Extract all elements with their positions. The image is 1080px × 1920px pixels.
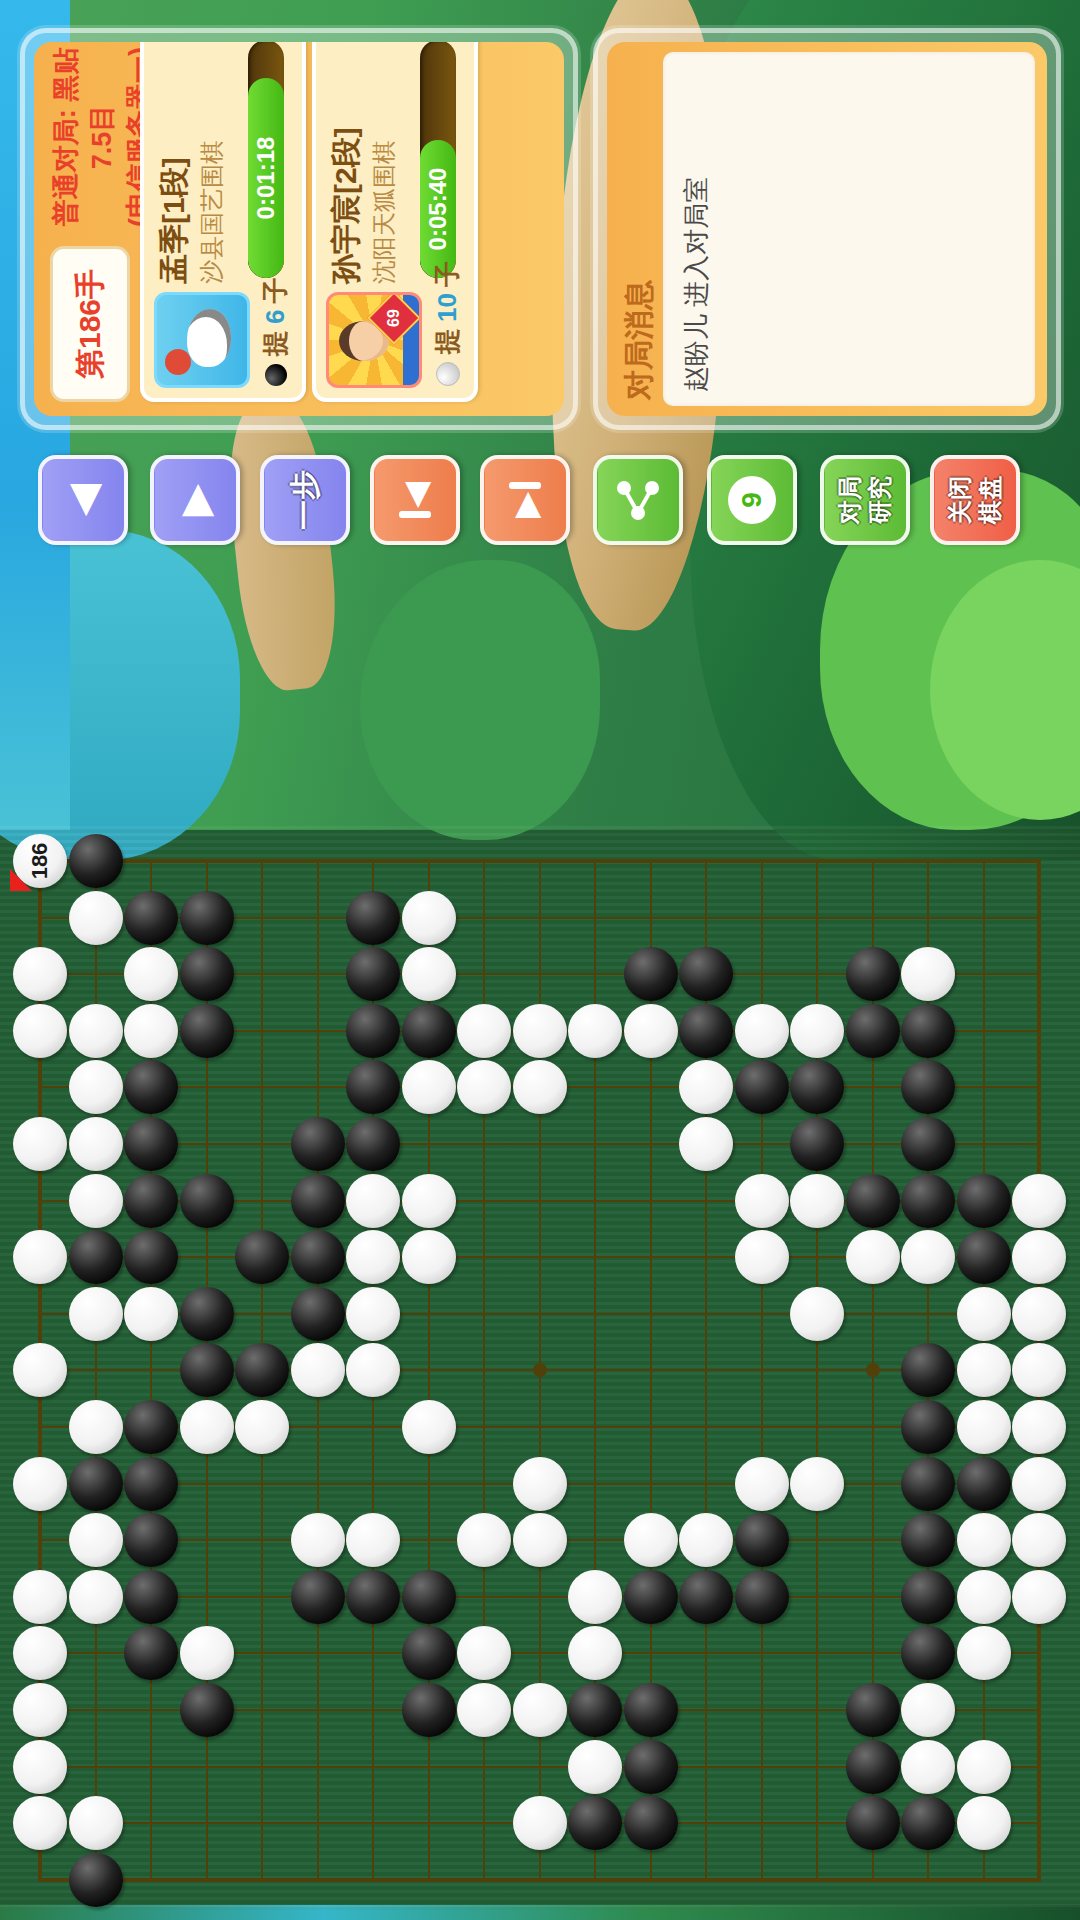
white-stone — [735, 1230, 789, 1284]
black-stone — [901, 1626, 955, 1680]
black-stone — [624, 1570, 678, 1624]
one-step-label: 一步 — [285, 470, 326, 530]
black-stone — [124, 1400, 178, 1454]
white-stone — [568, 1570, 622, 1624]
captures-label: 提 — [430, 328, 465, 354]
white-stone — [957, 1400, 1011, 1454]
white-stone — [1012, 1400, 1066, 1454]
black-stone — [735, 1570, 789, 1624]
white-stone — [1012, 1174, 1066, 1228]
grid-line-h — [38, 1596, 1041, 1598]
white-player-club: 沈阳天狐围棋 — [368, 140, 400, 284]
white-stone — [69, 1174, 123, 1228]
white-stone — [402, 1230, 456, 1284]
white-stone — [402, 1060, 456, 1114]
white-stone — [180, 1400, 234, 1454]
white-stone — [1012, 1457, 1066, 1511]
black-stone — [846, 1740, 900, 1794]
black-stone — [402, 1004, 456, 1058]
captures-label: 提 — [258, 330, 293, 356]
end-bar-icon — [509, 482, 541, 489]
black-stone — [124, 891, 178, 945]
move-number-box: 第186手 — [50, 246, 130, 402]
black-stone — [180, 1287, 234, 1341]
white-stone — [13, 1230, 67, 1284]
white-stone — [69, 1287, 123, 1341]
count-button[interactable]: 9 — [707, 455, 797, 545]
white-stone — [13, 1004, 67, 1058]
black-stone — [568, 1683, 622, 1737]
white-stone — [180, 1626, 234, 1680]
white-stone — [13, 1117, 67, 1171]
go-board[interactable]: 186 — [0, 826, 1080, 1910]
black-stone — [402, 1683, 456, 1737]
close-board-label: 关闭 棋盘 — [945, 476, 1005, 524]
white-stone — [790, 1287, 844, 1341]
white-stone — [13, 1626, 67, 1680]
black-stone — [846, 1174, 900, 1228]
white-stone — [235, 1400, 289, 1454]
black-stone — [846, 947, 900, 1001]
white-stone — [846, 1230, 900, 1284]
black-stone — [124, 1457, 178, 1511]
white-stone — [69, 1060, 123, 1114]
count-number: 9 — [736, 492, 768, 508]
black-stone — [291, 1287, 345, 1341]
black-stone — [124, 1174, 178, 1228]
game-info-panel: 第186手 普通对局: 黑贴 7.5目 (电信服务器一) 孟季[1段] 沙县国艺… — [34, 42, 564, 416]
black-stone — [957, 1174, 1011, 1228]
white-stone — [957, 1570, 1011, 1624]
black-stone — [901, 1004, 955, 1058]
black-stone — [124, 1060, 178, 1114]
black-stone — [124, 1626, 178, 1680]
white-stone — [69, 1004, 123, 1058]
message-panel: 对局消息 赵盼儿 进入对局室 — [607, 42, 1047, 416]
black-stone — [402, 1570, 456, 1624]
black-stone — [235, 1230, 289, 1284]
game-info-card: 第186手 普通对局: 黑贴 7.5目 (电信服务器一) 孟季[1段] 沙县国艺… — [20, 28, 578, 430]
white-stone — [790, 1457, 844, 1511]
black-stone — [624, 1683, 678, 1737]
black-stone — [735, 1060, 789, 1114]
white-stone — [957, 1343, 1011, 1397]
white-stone — [13, 1343, 67, 1397]
white-stone — [1012, 1513, 1066, 1567]
black-stone — [291, 1570, 345, 1624]
white-stone — [13, 1796, 67, 1850]
black-stone — [790, 1117, 844, 1171]
white-stone — [624, 1004, 678, 1058]
black-stone — [735, 1513, 789, 1567]
black-stone — [346, 1570, 400, 1624]
black-stone — [291, 1174, 345, 1228]
white-stone — [457, 1513, 511, 1567]
white-stone — [69, 1570, 123, 1624]
black-stone — [957, 1457, 1011, 1511]
white-stone — [679, 1117, 733, 1171]
captures-count: 10 — [432, 293, 463, 322]
white-stone — [513, 1796, 567, 1850]
black-stone — [180, 1343, 234, 1397]
black-stone — [124, 1230, 178, 1284]
white-stone — [457, 1626, 511, 1680]
black-stone — [568, 1796, 622, 1850]
white-timer-groove: 0:05:40 — [420, 42, 456, 278]
black-stone — [291, 1117, 345, 1171]
message-line: 赵盼儿 进入对局室 — [663, 52, 730, 406]
black-stone — [679, 1570, 733, 1624]
black-stone — [180, 1174, 234, 1228]
message-list[interactable]: 赵盼儿 进入对局室 — [663, 52, 1035, 406]
white-stone — [957, 1513, 1011, 1567]
white-stone — [402, 1174, 456, 1228]
next-move-button[interactable]: ▶ — [150, 455, 240, 545]
white-stone — [346, 1230, 400, 1284]
black-stone — [957, 1230, 1011, 1284]
black-stone — [180, 891, 234, 945]
right-triangle-icon: ▶ — [174, 484, 216, 516]
white-stone — [402, 1400, 456, 1454]
white-stone — [291, 1513, 345, 1567]
avatar-ox-doodle — [187, 309, 231, 367]
jump-end-button[interactable]: ▶ — [480, 455, 570, 545]
skip-back-icon: ◀ — [398, 482, 432, 508]
one-step-button[interactable]: 一步 — [260, 455, 350, 545]
white-stone — [124, 1004, 178, 1058]
white-stone — [124, 947, 178, 1001]
black-stone — [346, 947, 400, 1001]
white-stone — [513, 1683, 567, 1737]
black-stone — [846, 1796, 900, 1850]
black-stone — [901, 1796, 955, 1850]
star-point — [866, 1363, 880, 1377]
count-stone-icon: 9 — [728, 476, 776, 524]
white-stone — [568, 1740, 622, 1794]
captures-unit: 子 — [258, 278, 293, 304]
avatar-badge-number: 69 — [385, 309, 403, 327]
black-stone — [346, 1060, 400, 1114]
white-stone — [513, 1060, 567, 1114]
avatar-white-player: 69 — [326, 292, 422, 388]
white-stone — [69, 1400, 123, 1454]
white-stone — [13, 947, 67, 1001]
app-screen: 第186手 普通对局: 黑贴 7.5目 (电信服务器一) 孟季[1段] 沙县国艺… — [0, 0, 1080, 1920]
white-stone — [735, 1174, 789, 1228]
black-stone — [69, 1457, 123, 1511]
black-stone — [291, 1230, 345, 1284]
black-stone — [624, 947, 678, 1001]
close-board-button[interactable]: 关闭 棋盘 — [930, 455, 1020, 545]
black-stone — [901, 1174, 955, 1228]
black-stone — [69, 1230, 123, 1284]
black-stone — [846, 1683, 900, 1737]
white-stone — [457, 1060, 511, 1114]
white-stone — [346, 1174, 400, 1228]
prev-move-button[interactable]: ◀ — [38, 455, 128, 545]
black-stone — [180, 947, 234, 1001]
black-timer-fill: 0:01:18 — [248, 78, 284, 278]
white-timer-text: 0:05:40 — [424, 168, 452, 251]
white-stone — [901, 1740, 955, 1794]
black-stone — [679, 1004, 733, 1058]
player-card-black: 孟季[1段] 沙县国艺围棋 0:01:18 提 6 子 — [140, 42, 306, 402]
black-stone — [180, 1683, 234, 1737]
white-stone — [679, 1060, 733, 1114]
white-stone — [291, 1343, 345, 1397]
black-stone — [124, 1117, 178, 1171]
white-stone — [790, 1004, 844, 1058]
captures-unit: 子 — [430, 261, 465, 287]
left-triangle-icon: ◀ — [62, 484, 104, 516]
white-stone — [957, 1740, 1011, 1794]
jump-start-button[interactable]: ◀ — [370, 455, 460, 545]
black-stone — [346, 1117, 400, 1171]
white-stone — [457, 1683, 511, 1737]
white-timer-fill: 0:05:40 — [420, 140, 456, 278]
white-stone — [402, 891, 456, 945]
white-stone — [901, 947, 955, 1001]
white-captures: 提 10 子 — [430, 261, 465, 386]
white-stone — [957, 1626, 1011, 1680]
white-stone — [957, 1287, 1011, 1341]
black-stone — [901, 1117, 955, 1171]
white-stone — [1012, 1287, 1066, 1341]
white-stone — [402, 947, 456, 1001]
white-stone — [13, 1683, 67, 1737]
black-stone — [402, 1626, 456, 1680]
black-stone — [679, 947, 733, 1001]
white-stone — [69, 1117, 123, 1171]
black-stone — [901, 1513, 955, 1567]
black-timer-groove: 0:01:18 — [248, 42, 284, 278]
message-title: 对局消息 — [619, 280, 660, 400]
black-stone — [901, 1060, 955, 1114]
white-stone — [69, 891, 123, 945]
start-bar-icon — [399, 511, 431, 518]
white-stone — [513, 1513, 567, 1567]
research-label: 对局 研究 — [835, 476, 895, 524]
black-player-club: 沙县国艺围棋 — [196, 140, 228, 284]
white-stone — [624, 1513, 678, 1567]
white-stone — [957, 1796, 1011, 1850]
black-stone — [346, 891, 400, 945]
white-stone — [513, 1457, 567, 1511]
last-move-marker — [10, 869, 32, 891]
black-stone — [901, 1570, 955, 1624]
black-captures: 提 6 子 — [258, 278, 293, 386]
white-stone — [13, 1740, 67, 1794]
white-stone — [13, 1457, 67, 1511]
black-stone — [901, 1400, 955, 1454]
last-move-stone: 186 — [13, 834, 67, 888]
share-button[interactable] — [593, 455, 683, 545]
grid-line-h — [38, 1878, 1041, 1882]
white-stone — [1012, 1230, 1066, 1284]
tree-trunk-small — [220, 396, 345, 694]
white-stone — [513, 1004, 567, 1058]
game-research-button[interactable]: 对局 研究 — [820, 455, 910, 545]
black-stone — [69, 834, 123, 888]
white-stone — [901, 1230, 955, 1284]
black-stone — [235, 1343, 289, 1397]
white-stone — [1012, 1343, 1066, 1397]
white-stone — [124, 1287, 178, 1341]
black-stone — [124, 1570, 178, 1624]
white-stone — [346, 1513, 400, 1567]
avatar-rider-doodle — [165, 349, 191, 375]
black-stone — [624, 1796, 678, 1850]
white-stone — [1012, 1570, 1066, 1624]
leaf-cluster-mid — [360, 560, 600, 840]
captures-count: 6 — [260, 310, 291, 324]
white-stone — [568, 1626, 622, 1680]
black-stone — [901, 1343, 955, 1397]
white-stone — [69, 1796, 123, 1850]
black-timer-text: 0:01:18 — [252, 137, 280, 220]
white-stone — [457, 1004, 511, 1058]
star-point — [533, 1363, 547, 1377]
white-stone — [346, 1343, 400, 1397]
share-nodes-icon — [615, 477, 661, 523]
move-number-label: 第186手 — [70, 269, 111, 379]
black-stone — [901, 1457, 955, 1511]
black-stone — [790, 1060, 844, 1114]
white-stone — [790, 1174, 844, 1228]
black-stone — [846, 1004, 900, 1058]
black-stone — [346, 1004, 400, 1058]
white-stone — [735, 1457, 789, 1511]
rules-line: 普通对局: 黑贴 7.5目 — [48, 42, 121, 246]
white-stone — [13, 1570, 67, 1624]
white-stone-icon — [436, 362, 460, 386]
black-stone — [624, 1740, 678, 1794]
player-card-white: 69 孙宇宸[2段] 沈阳天狐围棋 0:05:40 提 10 子 — [312, 42, 478, 402]
white-player-name: 孙宇宸[2段] — [326, 127, 367, 284]
black-stone — [180, 1004, 234, 1058]
black-stone — [69, 1853, 123, 1907]
black-stone-icon — [265, 364, 287, 386]
white-stone — [735, 1004, 789, 1058]
skip-forward-icon: ▶ — [508, 492, 542, 518]
white-stone — [346, 1287, 400, 1341]
message-card: 对局消息 赵盼儿 进入对局室 — [593, 28, 1061, 430]
white-stone — [901, 1683, 955, 1737]
white-stone — [679, 1513, 733, 1567]
black-stone — [124, 1513, 178, 1567]
white-stone — [69, 1513, 123, 1567]
black-player-name: 孟季[1段] — [154, 157, 195, 284]
avatar-black-player — [154, 292, 250, 388]
white-stone — [568, 1004, 622, 1058]
